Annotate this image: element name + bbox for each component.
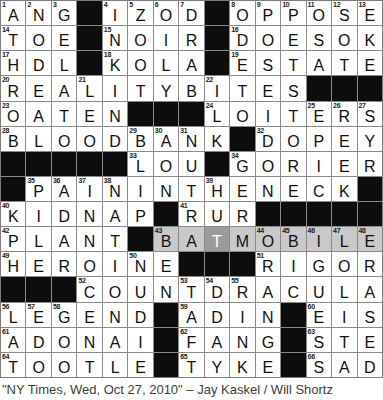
cell-letter: T (1, 33, 25, 49)
grid-cell[interactable]: I (256, 102, 280, 126)
grid-cell[interactable]: E (154, 252, 178, 276)
grid-cell[interactable]: R (230, 202, 254, 226)
black-cell (1, 152, 25, 176)
grid-cell[interactable]: A (103, 202, 127, 226)
black-cell (77, 26, 101, 50)
grid-cell[interactable]: A (179, 227, 203, 251)
cell-letter: L (154, 58, 178, 74)
grid-cell[interactable]: K (205, 127, 229, 151)
black-cell (52, 152, 76, 176)
cell-letter: A (1, 8, 25, 24)
grid-cell[interactable]: T (205, 227, 229, 251)
grid-cell[interactable]: T (77, 353, 101, 377)
cell-letter: E (26, 310, 50, 326)
cell-letter: O (154, 159, 178, 175)
grid-cell[interactable]: 57E (26, 303, 50, 327)
cell-letter: T (52, 109, 76, 125)
cell-letter: N (256, 184, 280, 200)
grid-cell[interactable]: 36A (52, 177, 76, 201)
grid-cell[interactable]: R (281, 152, 305, 176)
grid-cell[interactable]: 39H (205, 177, 229, 201)
grid-cell[interactable]: 40K (1, 202, 25, 226)
grid-cell[interactable]: U (128, 277, 152, 301)
grid-cell[interactable]: P (307, 127, 331, 151)
cell-letter: L (52, 58, 76, 74)
grid-cell[interactable]: K (332, 177, 356, 201)
grid-cell[interactable]: 23O (1, 102, 25, 126)
cell-letter: I (256, 109, 280, 125)
cell-letter: E (358, 58, 382, 74)
grid-cell[interactable]: O (128, 51, 152, 75)
cell-letter: S (358, 310, 382, 326)
black-cell (205, 152, 229, 176)
grid-cell[interactable]: Y (205, 353, 229, 377)
cell-letter: S (307, 360, 331, 376)
cell-letter: A (26, 109, 50, 125)
grid-cell[interactable]: 54D (205, 277, 229, 301)
grid-cell[interactable]: S (256, 51, 280, 75)
grid-cell[interactable]: E (77, 303, 101, 327)
grid-cell[interactable]: 41R (179, 202, 203, 226)
cell-letter: P (26, 184, 50, 200)
black-cell (1, 177, 25, 201)
cell-letter: P (281, 8, 305, 24)
grid-cell[interactable]: A (256, 277, 280, 301)
grid-cell[interactable]: 45B (281, 227, 305, 251)
black-cell (281, 328, 305, 352)
grid-cell[interactable]: S (281, 76, 305, 100)
grid-cell[interactable]: G (307, 252, 331, 276)
grid-cell[interactable]: T (128, 76, 152, 100)
grid-cell[interactable]: N (230, 328, 254, 352)
cell-letter: E (26, 259, 50, 275)
grid-cell[interactable]: 53T (179, 277, 203, 301)
black-cell (77, 152, 101, 176)
grid-cell[interactable]: A (307, 51, 331, 75)
grid-cell[interactable]: 18K (103, 51, 127, 75)
grid-cell[interactable]: O (154, 152, 178, 176)
grid-cell[interactable]: 32D (256, 127, 280, 151)
grid-cell[interactable]: D (26, 328, 50, 352)
grid-cell[interactable]: O (332, 26, 356, 50)
grid-cell[interactable]: N (154, 177, 178, 201)
grid-cell[interactable]: 1A (1, 1, 25, 25)
grid-cell[interactable]: N (103, 102, 127, 126)
grid-cell[interactable]: N (77, 328, 101, 352)
grid-cell[interactable]: A (103, 328, 127, 352)
grid-cell[interactable]: 31N (179, 127, 203, 151)
cell-letter: E (230, 58, 254, 74)
grid-cell[interactable]: T (281, 51, 305, 75)
grid-cell[interactable]: I (128, 328, 152, 352)
cell-letter: O (26, 33, 50, 49)
grid-cell[interactable]: T (179, 177, 203, 201)
cell-letter: L (1, 310, 25, 326)
grid-cell[interactable]: 37I (77, 177, 101, 201)
grid-cell[interactable]: I (281, 252, 305, 276)
cell-letter: I (307, 234, 331, 250)
cell-letter: L (103, 360, 127, 376)
grid-cell[interactable]: 50N (128, 252, 152, 276)
cell-letter: N (154, 184, 178, 200)
cell-letter: O (230, 8, 254, 24)
cell-letter: I (307, 159, 331, 175)
cell-letter: K (358, 33, 382, 49)
cell-letter: L (26, 234, 50, 250)
grid-cell[interactable]: I (154, 26, 178, 50)
grid-cell[interactable]: O (52, 353, 76, 377)
black-cell (230, 252, 254, 276)
black-cell (281, 202, 305, 226)
grid-cell[interactable]: O (26, 353, 50, 377)
black-cell (332, 202, 356, 226)
cell-letter: I (332, 310, 356, 326)
grid-cell[interactable]: A (358, 277, 382, 301)
cell-letter: O (256, 33, 280, 49)
grid-cell[interactable]: 56L (1, 303, 25, 327)
cell-letter: K (230, 360, 254, 376)
grid-cell[interactable]: 61A (1, 328, 25, 352)
grid-cell[interactable]: R (358, 152, 382, 176)
grid-cell[interactable]: E (26, 252, 50, 276)
black-cell (154, 303, 178, 327)
grid-cell[interactable]: 19E (230, 51, 254, 75)
cell-letter: I (26, 209, 50, 225)
grid-cell[interactable]: C (281, 277, 305, 301)
cell-letter: N (103, 109, 127, 125)
cell-letter: I (128, 184, 152, 200)
cell-letter: L (332, 234, 356, 250)
grid-cell[interactable]: 11O (307, 1, 331, 25)
grid-cell[interactable]: 22I (205, 76, 229, 100)
cell-letter: I (103, 259, 127, 275)
cell-letter: D (26, 58, 50, 74)
grid-cell[interactable]: S (358, 303, 382, 327)
cell-letter: D (52, 209, 76, 225)
crossword-board: 1A2N3G4I5Z6O7D8O9P10P11O12S13E14TOE15NOI… (0, 0, 383, 378)
grid-cell[interactable]: E (332, 152, 356, 176)
grid-cell[interactable]: 59A (179, 303, 203, 327)
grid-cell[interactable]: 27S (358, 102, 382, 126)
grid-cell[interactable]: D (128, 303, 152, 327)
cell-letter: E (332, 159, 356, 175)
grid-cell[interactable]: U (179, 152, 203, 176)
grid-cell[interactable]: D (52, 202, 76, 226)
grid-cell[interactable]: 17H (1, 51, 25, 75)
cell-letter: N (77, 209, 101, 225)
grid-cell[interactable]: 14T (1, 26, 25, 50)
grid-cell[interactable]: 20R (1, 76, 25, 100)
grid-cell[interactable]: K (230, 353, 254, 377)
grid-cell[interactable]: R (52, 252, 76, 276)
grid-cell[interactable]: E (77, 102, 101, 126)
cell-letter: A (307, 58, 331, 74)
cell-letter: S (307, 33, 331, 49)
cell-letter: O (128, 33, 152, 49)
grid-cell[interactable]: 43B (154, 227, 178, 251)
grid-cell[interactable]: 10P (281, 1, 305, 25)
grid-cell[interactable]: 63S (307, 328, 331, 352)
grid-cell[interactable]: E (52, 26, 76, 50)
cell-letter: A (179, 310, 203, 326)
cell-letter: N (128, 259, 152, 275)
grid-cell[interactable]: I (103, 252, 127, 276)
grid-cell[interactable]: I (230, 303, 254, 327)
grid-cell[interactable]: 25E (307, 102, 331, 126)
cell-letter: C (77, 285, 101, 301)
grid-cell[interactable]: L (103, 353, 127, 377)
cell-letter: T (128, 84, 152, 100)
grid-cell[interactable]: D (103, 127, 127, 151)
cell-letter: U (307, 285, 331, 301)
grid-cell[interactable]: 5Z (128, 1, 152, 25)
grid-cell[interactable]: S (307, 26, 331, 50)
cell-letter: U (205, 209, 229, 225)
cell-letter: O (256, 159, 280, 175)
grid-cell[interactable]: L (26, 127, 50, 151)
cell-letter: P (307, 134, 331, 150)
grid-cell[interactable]: A (179, 51, 203, 75)
grid-cell[interactable]: I (332, 303, 356, 327)
grid-cell[interactable]: L (332, 277, 356, 301)
grid-cell[interactable]: D (205, 303, 229, 327)
grid-cell[interactable]: 2N (26, 1, 50, 25)
cell-letter: E (52, 33, 76, 49)
black-cell (103, 152, 127, 176)
cell-letter: G (307, 259, 331, 275)
grid-cell[interactable]: E (358, 51, 382, 75)
grid-cell[interactable]: E (281, 26, 305, 50)
grid-cell[interactable]: L (154, 51, 178, 75)
grid-cell[interactable]: E (128, 353, 152, 377)
grid-cell[interactable]: O (77, 252, 101, 276)
grid-cell[interactable]: 48E (358, 227, 382, 251)
grid-cell[interactable]: 60E (307, 303, 331, 327)
grid-cell[interactable]: 42P (1, 227, 25, 251)
grid-cell[interactable]: R (358, 252, 382, 276)
cell-letter: K (332, 184, 356, 200)
cell-letter: B (1, 134, 25, 150)
cell-letter: A (103, 335, 127, 351)
grid-cell[interactable]: A (332, 353, 356, 377)
cell-letter: P (128, 209, 152, 225)
grid-cell[interactable]: I (26, 202, 50, 226)
cell-letter: D (205, 285, 229, 301)
cell-letter: G (52, 8, 76, 24)
grid-cell[interactable]: E (26, 76, 50, 100)
grid-cell[interactable]: E (230, 177, 254, 201)
grid-cell[interactable]: N (256, 303, 280, 327)
cell-letter: E (77, 109, 101, 125)
grid-cell[interactable]: O (332, 252, 356, 276)
grid-cell[interactable]: B (179, 76, 203, 100)
grid-cell[interactable]: M (230, 227, 254, 251)
cell-letter: R (230, 285, 254, 301)
grid-cell[interactable]: E (358, 328, 382, 352)
grid-cell[interactable]: 65T (179, 353, 203, 377)
grid-cell[interactable]: O (77, 127, 101, 151)
grid-cell[interactable]: 49H (1, 252, 25, 276)
cell-letter: D (256, 134, 280, 150)
grid-cell[interactable]: E (281, 177, 305, 201)
cell-letter: H (1, 259, 25, 275)
cell-letter: I (77, 184, 101, 200)
cell-letter: L (332, 285, 356, 301)
grid-cell[interactable]: 46I (307, 227, 331, 251)
cell-letter: L (77, 84, 101, 100)
cell-letter: T (179, 184, 203, 200)
black-cell (1, 277, 25, 301)
grid-cell[interactable]: U (307, 277, 331, 301)
grid-cell[interactable]: 33L (128, 152, 152, 176)
grid-cell[interactable]: Y (358, 127, 382, 151)
grid-cell[interactable]: N (77, 227, 101, 251)
grid-cell[interactable]: N (154, 277, 178, 301)
grid-cell[interactable]: Y (154, 76, 178, 100)
cell-letter: E (256, 360, 280, 376)
grid-cell[interactable]: 29B (128, 127, 152, 151)
cell-letter: U (179, 159, 203, 175)
black-cell (205, 1, 229, 25)
cell-letter: O (307, 8, 331, 24)
grid-cell[interactable]: O (52, 127, 76, 151)
grid-cell[interactable]: 47L (332, 227, 356, 251)
cell-letter: I (103, 8, 127, 24)
grid-cell[interactable]: O (256, 152, 280, 176)
cell-letter: T (332, 335, 356, 351)
grid-cell[interactable]: 66S (307, 353, 331, 377)
grid-cell[interactable]: T (52, 102, 76, 126)
grid-cell[interactable]: 51R (256, 252, 280, 276)
cell-letter: T (281, 109, 305, 125)
grid-cell[interactable]: T (103, 227, 127, 251)
grid-cell[interactable]: A (205, 328, 229, 352)
cell-letter: D (128, 310, 152, 326)
grid-cell[interactable]: G (256, 328, 280, 352)
grid-cell[interactable]: 26R (332, 102, 356, 126)
grid-cell[interactable]: N (256, 177, 280, 201)
grid-cell[interactable]: R (179, 26, 203, 50)
grid-cell[interactable]: E (256, 353, 280, 377)
grid-cell[interactable]: 15N (103, 26, 127, 50)
cell-letter: N (230, 335, 254, 351)
cell-letter: T (103, 234, 127, 250)
grid-cell[interactable]: 8O (230, 1, 254, 25)
grid-cell[interactable]: 4I (103, 1, 127, 25)
cell-letter: E (358, 234, 382, 250)
grid-cell[interactable]: 55R (230, 277, 254, 301)
grid-cell[interactable]: A (52, 227, 76, 251)
cell-letter: K (1, 209, 25, 225)
cell-letter: O (77, 134, 101, 150)
grid-cell[interactable]: K (358, 26, 382, 50)
cell-letter: A (103, 209, 127, 225)
cell-letter: Y (358, 134, 382, 150)
cell-letter: R (230, 209, 254, 225)
grid-cell[interactable]: L (26, 227, 50, 251)
grid-cell[interactable]: T (230, 76, 254, 100)
grid-cell[interactable]: D (26, 51, 50, 75)
cell-letter: R (358, 259, 382, 275)
grid-cell[interactable]: T (332, 51, 356, 75)
grid-cell[interactable]: O (256, 26, 280, 50)
grid-cell[interactable]: A (52, 76, 76, 100)
cell-letter: N (179, 134, 203, 150)
grid-cell[interactable]: 35P (26, 177, 50, 201)
grid-cell[interactable]: I (307, 152, 331, 176)
grid-cell[interactable]: E (332, 127, 356, 151)
grid-cell[interactable]: O (230, 102, 254, 126)
grid-cell[interactable]: 58G (52, 303, 76, 327)
black-cell (358, 202, 382, 226)
grid-cell[interactable]: C (307, 177, 331, 201)
grid-cell[interactable]: 13E (358, 1, 382, 25)
cell-letter: R (179, 33, 203, 49)
grid-cell[interactable]: O (281, 127, 305, 151)
cell-letter: D (205, 310, 229, 326)
grid-cell[interactable]: O (128, 26, 152, 50)
grid-cell[interactable]: 12S (332, 1, 356, 25)
cell-letter: T (281, 58, 305, 74)
cell-letter: I (128, 335, 152, 351)
cell-letter: O (128, 58, 152, 74)
grid-cell[interactable]: L (52, 51, 76, 75)
grid-cell[interactable]: 34G (230, 152, 254, 176)
cell-letter: O (77, 259, 101, 275)
grid-cell[interactable]: 62F (179, 328, 203, 352)
grid-cell[interactable]: D (358, 353, 382, 377)
grid-cell[interactable]: 28B (1, 127, 25, 151)
grid-cell[interactable]: 21L (77, 76, 101, 100)
grid-cell[interactable]: 3G (52, 1, 76, 25)
grid-cell[interactable]: 30A (154, 127, 178, 151)
grid-cell[interactable]: P (128, 202, 152, 226)
cell-letter: S (358, 109, 382, 125)
cell-letter: A (256, 285, 280, 301)
grid-cell[interactable]: N (103, 303, 127, 327)
grid-cell[interactable]: 38N (103, 177, 127, 201)
cell-letter: K (103, 58, 127, 74)
grid-cell[interactable]: 16D (230, 26, 254, 50)
grid-cell[interactable]: O (103, 277, 127, 301)
grid-cell[interactable]: E (256, 76, 280, 100)
grid-cell[interactable]: N (77, 202, 101, 226)
grid-cell[interactable]: U (205, 202, 229, 226)
grid-cell[interactable]: 44O (256, 227, 280, 251)
cell-letter: D (358, 360, 382, 376)
grid-cell[interactable]: T (332, 328, 356, 352)
grid-cell[interactable]: 64T (1, 353, 25, 377)
black-cell (179, 102, 203, 126)
grid-cell[interactable]: 9P (256, 1, 280, 25)
cell-letter: E (230, 184, 254, 200)
cell-letter: E (358, 8, 382, 24)
grid-cell[interactable]: T (281, 102, 305, 126)
grid-cell[interactable]: I (103, 76, 127, 100)
cell-letter: P (256, 8, 280, 24)
grid-cell[interactable]: O (26, 26, 50, 50)
grid-cell[interactable]: A (26, 102, 50, 126)
grid-cell[interactable]: O (52, 328, 76, 352)
grid-cell[interactable]: 52C (77, 277, 101, 301)
grid-cell[interactable]: I (128, 177, 152, 201)
grid-cell[interactable]: 7D (179, 1, 203, 25)
grid-cell[interactable]: 24L (205, 102, 229, 126)
cell-letter: K (205, 134, 229, 150)
cell-letter: O (52, 360, 76, 376)
black-cell (358, 177, 382, 201)
grid-cell[interactable]: 6O (154, 1, 178, 25)
